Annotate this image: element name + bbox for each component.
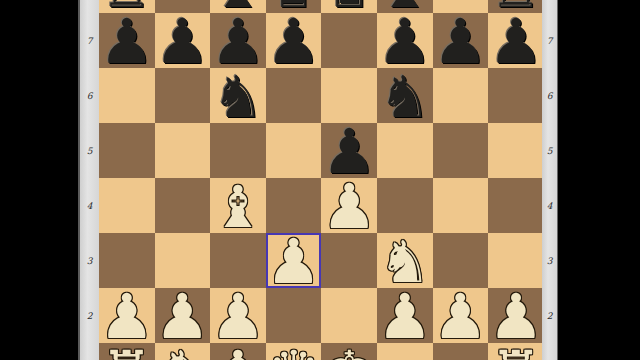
square-f6[interactable]: ♞: [377, 68, 433, 123]
piece-black-knight-f6[interactable]: ♞: [379, 68, 431, 126]
letterbox-left: [0, 0, 78, 360]
square-c1[interactable]: ♝: [210, 343, 266, 360]
square-b5[interactable]: [155, 123, 211, 178]
square-b2[interactable]: ♟: [155, 288, 211, 343]
piece-white-pawn-d3[interactable]: ♟: [266, 231, 322, 293]
rank-label-6-right: 6: [542, 90, 557, 102]
piece-white-rook-a1[interactable]: ♜: [101, 343, 153, 360]
square-f1[interactable]: [377, 343, 433, 360]
piece-white-pawn-g2[interactable]: ♟: [433, 286, 489, 348]
square-h2[interactable]: ♟: [488, 288, 542, 343]
square-h6[interactable]: [488, 68, 542, 123]
square-e8[interactable]: ♚: [321, 0, 377, 13]
square-e2[interactable]: [321, 288, 377, 343]
piece-black-pawn-g7[interactable]: ♟: [433, 11, 489, 73]
square-c6[interactable]: ♞: [210, 68, 266, 123]
square-h5[interactable]: [488, 123, 542, 178]
square-d7[interactable]: ♟: [266, 13, 322, 68]
rank-label-7-right: 7: [542, 35, 557, 47]
square-h4[interactable]: [488, 178, 542, 233]
square-e1[interactable]: ♚: [321, 343, 377, 360]
chess-app-window: 87654321 ♜♝♛♚♝♜♟♟♟♟♟♟♟♞♞♟♝♟♟♞♟♟♟♟♟♟♜♞♝♛♚…: [0, 0, 640, 360]
square-a4[interactable]: [99, 178, 155, 233]
square-b1[interactable]: ♞: [155, 343, 211, 360]
piece-white-queen-d1[interactable]: ♛: [268, 343, 320, 360]
square-f5[interactable]: [377, 123, 433, 178]
square-a7[interactable]: ♟: [99, 13, 155, 68]
square-f7[interactable]: ♟: [377, 13, 433, 68]
square-g2[interactable]: ♟: [433, 288, 489, 343]
piece-white-bishop-c4[interactable]: ♝: [212, 178, 264, 236]
square-g6[interactable]: [433, 68, 489, 123]
rank-label-4-left: 4: [80, 200, 99, 212]
rank-label-5-right: 5: [542, 145, 557, 157]
rank-labels-left: 87654321: [78, 0, 99, 360]
square-e4[interactable]: ♟: [321, 178, 377, 233]
square-g4[interactable]: [433, 178, 489, 233]
square-g7[interactable]: ♟: [433, 13, 489, 68]
square-b4[interactable]: [155, 178, 211, 233]
square-f2[interactable]: ♟: [377, 288, 433, 343]
square-g5[interactable]: [433, 123, 489, 178]
square-a2[interactable]: ♟: [99, 288, 155, 343]
rank-label-3-right: 3: [542, 255, 557, 267]
rank-labels-right: 87654321: [542, 0, 558, 360]
piece-white-bishop-c1[interactable]: ♝: [212, 343, 264, 360]
rank-label-2-right: 2: [542, 310, 557, 322]
rank-label-5-left: 5: [80, 145, 99, 157]
board-grid: ♜♝♛♚♝♜♟♟♟♟♟♟♟♞♞♟♝♟♟♞♟♟♟♟♟♟♜♞♝♛♚♜: [99, 0, 542, 360]
piece-black-pawn-b7[interactable]: ♟: [155, 11, 211, 73]
rank-label-7-left: 7: [80, 35, 99, 47]
rank-label-4-right: 4: [542, 200, 557, 212]
piece-black-pawn-a7[interactable]: ♟: [99, 11, 155, 73]
square-d5[interactable]: [266, 123, 322, 178]
chess-board: ♜♝♛♚♝♜♟♟♟♟♟♟♟♞♞♟♝♟♟♞♟♟♟♟♟♟♜♞♝♛♚♜: [99, 0, 542, 360]
square-d6[interactable]: [266, 68, 322, 123]
rank-label-3-left: 3: [80, 255, 99, 267]
piece-white-king-e1[interactable]: ♚: [323, 343, 375, 360]
rank-label-2-left: 2: [80, 310, 99, 322]
square-c5[interactable]: [210, 123, 266, 178]
piece-white-knight-b1[interactable]: ♞: [156, 343, 208, 360]
square-d2[interactable]: [266, 288, 322, 343]
piece-black-knight-c6[interactable]: ♞: [212, 68, 264, 126]
piece-white-rook-h1[interactable]: ♜: [490, 343, 542, 360]
square-e3[interactable]: [321, 233, 377, 288]
square-c2[interactable]: ♟: [210, 288, 266, 343]
piece-black-pawn-h7[interactable]: ♟: [488, 11, 542, 73]
square-f4[interactable]: [377, 178, 433, 233]
square-g1[interactable]: [433, 343, 489, 360]
piece-white-pawn-f2[interactable]: ♟: [377, 286, 433, 348]
square-h7[interactable]: ♟: [488, 13, 542, 68]
square-h1[interactable]: ♜: [488, 343, 542, 360]
square-b6[interactable]: [155, 68, 211, 123]
square-d1[interactable]: ♛: [266, 343, 322, 360]
square-a6[interactable]: [99, 68, 155, 123]
square-a1[interactable]: ♜: [99, 343, 155, 360]
piece-white-pawn-e4[interactable]: ♟: [321, 176, 377, 238]
letterbox-right: [558, 0, 640, 360]
square-b7[interactable]: ♟: [155, 13, 211, 68]
piece-black-pawn-d7[interactable]: ♟: [266, 11, 322, 73]
square-c4[interactable]: ♝: [210, 178, 266, 233]
square-e7[interactable]: [321, 13, 377, 68]
square-a5[interactable]: [99, 123, 155, 178]
square-c7[interactable]: ♟: [210, 13, 266, 68]
square-d3[interactable]: ♟: [266, 233, 322, 288]
rank-label-6-left: 6: [80, 90, 99, 102]
